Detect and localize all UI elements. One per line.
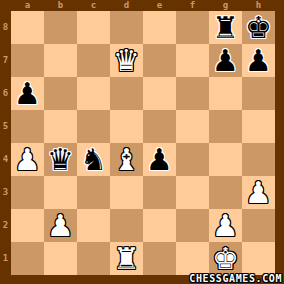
square-b5 bbox=[44, 110, 77, 143]
square-h7: ♟ bbox=[242, 44, 275, 77]
rank-label-3: 3 bbox=[0, 176, 11, 209]
black-king: ♚ bbox=[245, 11, 272, 44]
square-a1 bbox=[11, 242, 44, 275]
white-rook: ♜ bbox=[113, 242, 140, 275]
square-c5 bbox=[77, 110, 110, 143]
square-e3 bbox=[143, 176, 176, 209]
file-label-e: e bbox=[143, 0, 176, 11]
square-f8 bbox=[176, 11, 209, 44]
square-a8 bbox=[11, 11, 44, 44]
square-h4 bbox=[242, 143, 275, 176]
black-pawn: ♟ bbox=[245, 44, 272, 77]
square-c6 bbox=[77, 77, 110, 110]
file-label-f: f bbox=[176, 0, 209, 11]
square-a7 bbox=[11, 44, 44, 77]
square-e1 bbox=[143, 242, 176, 275]
rank-label-8: 8 bbox=[0, 11, 11, 44]
rank-label-7: 7 bbox=[0, 44, 11, 77]
square-g4 bbox=[209, 143, 242, 176]
square-g7: ♟ bbox=[209, 44, 242, 77]
square-f6 bbox=[176, 77, 209, 110]
rank-label-6: 6 bbox=[0, 77, 11, 110]
black-queen: ♛ bbox=[47, 143, 74, 176]
square-g6 bbox=[209, 77, 242, 110]
square-g5 bbox=[209, 110, 242, 143]
square-f5 bbox=[176, 110, 209, 143]
square-b8 bbox=[44, 11, 77, 44]
square-e6 bbox=[143, 77, 176, 110]
square-h5 bbox=[242, 110, 275, 143]
square-c1 bbox=[77, 242, 110, 275]
black-pawn: ♟ bbox=[212, 44, 239, 77]
square-g2: ♟ bbox=[209, 209, 242, 242]
file-label-d: d bbox=[110, 0, 143, 11]
white-pawn: ♟ bbox=[212, 209, 239, 242]
square-a4: ♟ bbox=[11, 143, 44, 176]
square-f2 bbox=[176, 209, 209, 242]
file-label-b: b bbox=[44, 0, 77, 11]
rank-label-5: 5 bbox=[0, 110, 11, 143]
square-h8: ♚ bbox=[242, 11, 275, 44]
square-f3 bbox=[176, 176, 209, 209]
white-king: ♚ bbox=[212, 242, 239, 275]
rank-label-2: 2 bbox=[0, 209, 11, 242]
square-c4: ♞ bbox=[77, 143, 110, 176]
square-d2 bbox=[110, 209, 143, 242]
white-queen: ♛ bbox=[113, 44, 140, 77]
square-c3 bbox=[77, 176, 110, 209]
rank-label-4: 4 bbox=[0, 143, 11, 176]
square-h6 bbox=[242, 77, 275, 110]
square-h2 bbox=[242, 209, 275, 242]
file-label-c: c bbox=[77, 0, 110, 11]
square-e4: ♟ bbox=[143, 143, 176, 176]
square-a2 bbox=[11, 209, 44, 242]
square-b4: ♛ bbox=[44, 143, 77, 176]
square-a6: ♟ bbox=[11, 77, 44, 110]
square-d3 bbox=[110, 176, 143, 209]
file-label-a: a bbox=[11, 0, 44, 11]
square-c8 bbox=[77, 11, 110, 44]
file-label-g: g bbox=[209, 0, 242, 11]
file-label-h: h bbox=[242, 0, 275, 11]
square-f1 bbox=[176, 242, 209, 275]
square-a3 bbox=[11, 176, 44, 209]
square-c2 bbox=[77, 209, 110, 242]
square-e5 bbox=[143, 110, 176, 143]
black-pawn: ♟ bbox=[146, 143, 173, 176]
square-b3 bbox=[44, 176, 77, 209]
white-pawn: ♟ bbox=[245, 176, 272, 209]
square-e2 bbox=[143, 209, 176, 242]
square-g3 bbox=[209, 176, 242, 209]
square-b6 bbox=[44, 77, 77, 110]
chessgames-logo[interactable]: CHESSGAMES.COM bbox=[189, 273, 282, 284]
square-e8 bbox=[143, 11, 176, 44]
square-d8 bbox=[110, 11, 143, 44]
chess-diagram: ♜♚♛♟♟♟♟♛♞♝♟♟♟♟♜♚ abcdefgh87654321 CHESSG… bbox=[0, 0, 284, 284]
square-a5 bbox=[11, 110, 44, 143]
chess-board: ♜♚♛♟♟♟♟♛♞♝♟♟♟♟♜♚ bbox=[11, 11, 275, 275]
square-e7 bbox=[143, 44, 176, 77]
white-pawn: ♟ bbox=[47, 209, 74, 242]
square-f4 bbox=[176, 143, 209, 176]
square-b2: ♟ bbox=[44, 209, 77, 242]
square-d5 bbox=[110, 110, 143, 143]
square-d6 bbox=[110, 77, 143, 110]
square-c7 bbox=[77, 44, 110, 77]
square-d1: ♜ bbox=[110, 242, 143, 275]
square-g8: ♜ bbox=[209, 11, 242, 44]
black-pawn: ♟ bbox=[14, 77, 41, 110]
rank-label-1: 1 bbox=[0, 242, 11, 275]
square-f7 bbox=[176, 44, 209, 77]
square-d7: ♛ bbox=[110, 44, 143, 77]
square-b7 bbox=[44, 44, 77, 77]
white-bishop: ♝ bbox=[113, 143, 140, 176]
square-d4: ♝ bbox=[110, 143, 143, 176]
white-pawn: ♟ bbox=[14, 143, 41, 176]
square-g1: ♚ bbox=[209, 242, 242, 275]
square-h1 bbox=[242, 242, 275, 275]
square-b1 bbox=[44, 242, 77, 275]
square-h3: ♟ bbox=[242, 176, 275, 209]
black-knight: ♞ bbox=[80, 143, 107, 176]
black-rook: ♜ bbox=[212, 11, 239, 44]
